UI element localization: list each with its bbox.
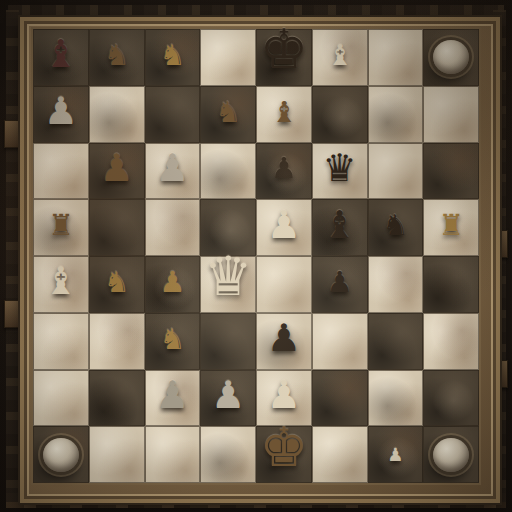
square-c6[interactable]: ♟: [145, 143, 201, 200]
square-e3[interactable]: ♟: [256, 313, 312, 370]
square-a5[interactable]: ♜: [33, 199, 89, 256]
cream-bishop-f8[interactable]: ♝: [327, 41, 353, 70]
square-f3[interactable]: [312, 313, 368, 370]
square-d6[interactable]: [200, 143, 256, 200]
square-a4[interactable]: ♝: [33, 256, 89, 313]
dark-knight-g5[interactable]: ♞: [382, 211, 408, 240]
square-f6[interactable]: ♛: [312, 143, 368, 200]
square-c7[interactable]: [145, 86, 201, 143]
chessboard-artwork: ♝♞♞♚♝♟♞♝♟♟♟♛♜♟♝♞♜♝♞♟♛♟♞♟♟♟♟♚♟: [0, 0, 512, 512]
grey-pawn-c2[interactable]: ♟: [155, 376, 189, 414]
cream-pawn-e5[interactable]: ♟: [267, 206, 301, 244]
bronze-rook-a5[interactable]: ♜: [48, 211, 74, 240]
square-d3[interactable]: [200, 313, 256, 370]
square-g6[interactable]: [368, 143, 424, 200]
square-h6[interactable]: [423, 143, 479, 200]
square-b3[interactable]: [89, 313, 145, 370]
square-d8[interactable]: [200, 29, 256, 86]
square-f7[interactable]: [312, 86, 368, 143]
square-h7[interactable]: [423, 86, 479, 143]
square-g2[interactable]: [368, 370, 424, 427]
dark-pawn-e3[interactable]: ♟: [267, 319, 301, 357]
square-b1[interactable]: [89, 426, 145, 483]
square-c5[interactable]: [145, 199, 201, 256]
square-h5[interactable]: ♜: [423, 199, 479, 256]
bronze-knight-b8[interactable]: ♞: [104, 41, 130, 70]
square-d2[interactable]: ♟: [200, 370, 256, 427]
square-d4[interactable]: ♛: [200, 256, 256, 313]
silver-pawn-a7[interactable]: ♟: [44, 92, 78, 130]
square-b6[interactable]: ♟: [89, 143, 145, 200]
frame-frieze-left: [6, 10, 19, 502]
square-h8[interactable]: [423, 29, 479, 86]
square-a2[interactable]: [33, 370, 89, 427]
square-f1[interactable]: [312, 426, 368, 483]
square-e8[interactable]: ♚: [256, 29, 312, 86]
square-h2[interactable]: [423, 370, 479, 427]
dark-bishop-f5[interactable]: ♝: [323, 206, 357, 244]
square-e1[interactable]: ♚: [256, 426, 312, 483]
red-bishop-a8[interactable]: ♝: [44, 35, 78, 73]
square-a6[interactable]: [33, 143, 89, 200]
square-e6[interactable]: ♟: [256, 143, 312, 200]
cream-queen-d4[interactable]: ♛: [204, 250, 252, 304]
square-g1[interactable]: ♟: [368, 426, 424, 483]
square-b7[interactable]: [89, 86, 145, 143]
square-f2[interactable]: [312, 370, 368, 427]
square-c3[interactable]: ♞: [145, 313, 201, 370]
square-h4[interactable]: [423, 256, 479, 313]
square-c4[interactable]: ♟: [145, 256, 201, 313]
square-b8[interactable]: ♞: [89, 29, 145, 86]
square-g4[interactable]: [368, 256, 424, 313]
square-h1[interactable]: [423, 426, 479, 483]
square-h3[interactable]: [423, 313, 479, 370]
square-a8[interactable]: ♝: [33, 29, 89, 86]
square-a7[interactable]: ♟: [33, 86, 89, 143]
chess-board: ♝♞♞♚♝♟♞♝♟♟♟♛♜♟♝♞♜♝♞♟♛♟♞♟♟♟♟♚♟: [33, 29, 479, 483]
square-c2[interactable]: ♟: [145, 370, 201, 427]
bronze-bishop-e7[interactable]: ♝: [271, 98, 297, 127]
dark-pawn-f4[interactable]: ♟: [327, 268, 353, 297]
square-c1[interactable]: [145, 426, 201, 483]
square-b5[interactable]: [89, 199, 145, 256]
square-e4[interactable]: [256, 256, 312, 313]
gold-knight-b4[interactable]: ♞: [104, 268, 130, 297]
square-f5[interactable]: ♝: [312, 199, 368, 256]
square-g7[interactable]: [368, 86, 424, 143]
square-d7[interactable]: ♞: [200, 86, 256, 143]
square-a3[interactable]: [33, 313, 89, 370]
square-d1[interactable]: [200, 426, 256, 483]
silver-orb-a1[interactable]: [43, 438, 79, 472]
bronze-knight-d7[interactable]: ♞: [215, 98, 241, 127]
square-f8[interactable]: ♝: [312, 29, 368, 86]
square-f4[interactable]: ♟: [312, 256, 368, 313]
dark-queen-f6[interactable]: ♛: [323, 149, 357, 187]
square-g8[interactable]: [368, 29, 424, 86]
square-a1[interactable]: [33, 426, 89, 483]
square-b2[interactable]: [89, 370, 145, 427]
cream-bishop-a4[interactable]: ♝: [44, 262, 78, 300]
silver-orb-h1[interactable]: [433, 438, 469, 472]
gold-knight-c3[interactable]: ♞: [159, 325, 185, 354]
bronze-pawn-b6[interactable]: ♟: [100, 149, 134, 187]
dark-pawn-e6[interactable]: ♟: [271, 154, 297, 183]
square-b4[interactable]: ♞: [89, 256, 145, 313]
gold-knight-c8[interactable]: ♞: [159, 41, 185, 70]
gold-rook-h5[interactable]: ♜: [438, 211, 464, 240]
square-c8[interactable]: ♞: [145, 29, 201, 86]
cream-pawn-e2[interactable]: ♟: [267, 376, 301, 414]
silver-orb-h8[interactable]: [433, 40, 469, 74]
square-e5[interactable]: ♟: [256, 199, 312, 256]
silver-pawn-c6[interactable]: ♟: [155, 149, 189, 187]
silver-pawn-d2[interactable]: ♟: [211, 376, 245, 414]
gold-pawn-c4[interactable]: ♟: [159, 268, 185, 297]
square-e7[interactable]: ♝: [256, 86, 312, 143]
square-g3[interactable]: [368, 313, 424, 370]
cream-pawn-g1[interactable]: ♟: [387, 446, 403, 464]
bronze-king-e1[interactable]: ♚: [260, 421, 308, 475]
dark-king-e8[interactable]: ♚: [260, 23, 308, 77]
square-g5[interactable]: ♞: [368, 199, 424, 256]
